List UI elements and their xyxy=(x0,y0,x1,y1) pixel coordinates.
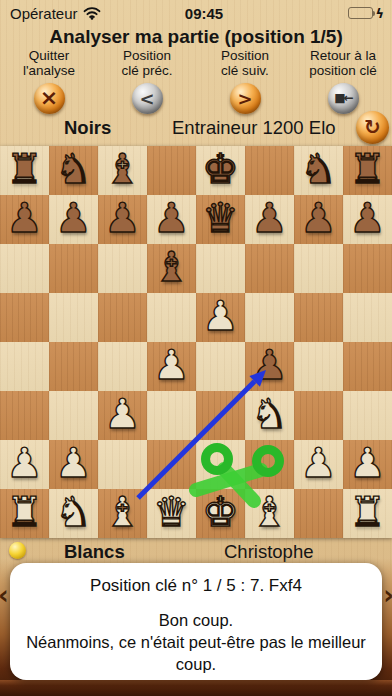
square-a4[interactable] xyxy=(0,342,49,391)
square-e1[interactable]: ♚ xyxy=(196,489,245,538)
square-a5[interactable] xyxy=(0,293,49,342)
white-bishop-piece: ♝ xyxy=(98,489,147,538)
rotate-icon: ↻ xyxy=(364,115,381,139)
square-f5[interactable] xyxy=(245,293,294,342)
quit-analysis-button[interactable]: Quitterl'analyse × xyxy=(0,49,98,114)
white-pawn-piece: ♟ xyxy=(196,293,245,342)
prev-edge-arrow-icon[interactable]: ‹ xyxy=(0,580,9,610)
white-bishop-piece: ♝ xyxy=(245,489,294,538)
black-pawn-piece: ♟ xyxy=(147,195,196,244)
square-a2[interactable]: ♟ xyxy=(0,440,49,489)
square-c7[interactable]: ♟ xyxy=(98,195,147,244)
white-rook-piece: ♜ xyxy=(0,489,49,538)
close-icon[interactable]: × xyxy=(34,83,65,114)
square-f3[interactable]: ♞ xyxy=(245,391,294,440)
square-f1[interactable]: ♝ xyxy=(245,489,294,538)
square-d3[interactable] xyxy=(147,391,196,440)
square-d1[interactable]: ♛ xyxy=(147,489,196,538)
next-key-position-button[interactable]: Positionclé suiv. > xyxy=(196,49,294,114)
clock: 09:45 xyxy=(154,5,254,22)
square-f2[interactable] xyxy=(245,440,294,489)
square-d2[interactable] xyxy=(147,440,196,489)
square-g3[interactable] xyxy=(294,391,343,440)
square-b7[interactable]: ♟ xyxy=(49,195,98,244)
black-queen-piece: ♛ xyxy=(196,195,245,244)
charging-bolt-icon: ϟ xyxy=(375,7,384,20)
wifi-icon xyxy=(83,6,101,20)
square-e7[interactable]: ♛ xyxy=(196,195,245,244)
square-g8[interactable]: ♞ xyxy=(294,146,343,195)
square-h2[interactable]: ♟ xyxy=(343,440,392,489)
square-b8[interactable]: ♞ xyxy=(49,146,98,195)
square-d8[interactable] xyxy=(147,146,196,195)
square-c6[interactable] xyxy=(98,244,147,293)
square-f8[interactable] xyxy=(245,146,294,195)
square-e2[interactable] xyxy=(196,440,245,489)
square-d4[interactable]: ♟ xyxy=(147,342,196,391)
square-c3[interactable]: ♟ xyxy=(98,391,147,440)
square-h5[interactable] xyxy=(343,293,392,342)
carrier-label: Opérateur xyxy=(10,5,78,22)
black-bishop-piece: ♝ xyxy=(98,146,147,195)
square-h8[interactable]: ♜ xyxy=(343,146,392,195)
square-d6[interactable]: ♝ xyxy=(147,244,196,293)
square-c1[interactable]: ♝ xyxy=(98,489,147,538)
black-pawn-piece: ♟ xyxy=(294,195,343,244)
square-e6[interactable] xyxy=(196,244,245,293)
square-g2[interactable]: ♟ xyxy=(294,440,343,489)
key-position-move-label: Position clé n° 1 / 5 : 7. Fxf4 xyxy=(10,576,382,596)
square-g4[interactable] xyxy=(294,342,343,391)
white-pawn-piece: ♟ xyxy=(147,342,196,391)
white-knight-piece: ♞ xyxy=(245,391,294,440)
square-b5[interactable] xyxy=(49,293,98,342)
toolbar: Quitterl'analyse × Positionclé préc. < P… xyxy=(0,49,392,114)
square-e5[interactable]: ♟ xyxy=(196,293,245,342)
square-f7[interactable]: ♟ xyxy=(245,195,294,244)
square-g5[interactable] xyxy=(294,293,343,342)
black-king-piece: ♚ xyxy=(196,146,245,195)
black-knight-piece: ♞ xyxy=(49,146,98,195)
square-a3[interactable] xyxy=(0,391,49,440)
square-a8[interactable]: ♜ xyxy=(0,146,49,195)
white-pawn-piece: ♟ xyxy=(294,440,343,489)
square-a6[interactable] xyxy=(0,244,49,293)
square-f4[interactable]: ♟ xyxy=(245,342,294,391)
square-c8[interactable]: ♝ xyxy=(98,146,147,195)
square-c4[interactable] xyxy=(98,342,147,391)
black-pawn-piece: ♟ xyxy=(98,195,147,244)
chess-board[interactable]: ♜♞♝♚♞♜♟♟♟♟♛♟♟♟♝♟♟♟♟♞♟♟♟♟♜♞♝♛♚♝♜ xyxy=(0,146,392,538)
black-pawn-piece: ♟ xyxy=(0,195,49,244)
coach-comment: Bon coup. Néanmoins, ce n'était peut-êtr… xyxy=(20,610,372,675)
square-c2[interactable] xyxy=(98,440,147,489)
return-to-key-position-button[interactable]: Retour à laposition clé ■← xyxy=(294,49,392,114)
next-edge-arrow-icon[interactable]: › xyxy=(383,580,392,610)
square-c5[interactable] xyxy=(98,293,147,342)
chevron-right-icon[interactable]: > xyxy=(230,83,261,114)
bottom-toolbar-strip xyxy=(0,680,392,696)
turn-indicator xyxy=(9,542,26,559)
black-pawn-piece: ♟ xyxy=(245,342,294,391)
square-g7[interactable]: ♟ xyxy=(294,195,343,244)
square-e8[interactable]: ♚ xyxy=(196,146,245,195)
chevron-left-icon[interactable]: < xyxy=(132,83,163,114)
white-pawn-piece: ♟ xyxy=(98,391,147,440)
square-g6[interactable] xyxy=(294,244,343,293)
square-b4[interactable] xyxy=(49,342,98,391)
black-pawn-piece: ♟ xyxy=(343,195,392,244)
black-rook-piece: ♜ xyxy=(0,146,49,195)
square-e3[interactable] xyxy=(196,391,245,440)
square-b1[interactable]: ♞ xyxy=(49,489,98,538)
black-player-row: Noirs Entraineur 1200 Elo ↻ xyxy=(0,115,392,143)
white-rook-piece: ♜ xyxy=(343,489,392,538)
square-h3[interactable] xyxy=(343,391,392,440)
stop-back-icon[interactable]: ■← xyxy=(328,83,359,114)
white-pawn-piece: ♟ xyxy=(49,440,98,489)
square-b2[interactable]: ♟ xyxy=(49,440,98,489)
square-d7[interactable]: ♟ xyxy=(147,195,196,244)
white-queen-piece: ♛ xyxy=(147,489,196,538)
white-pawn-piece: ♟ xyxy=(343,440,392,489)
coach-message-box: Position clé n° 1 / 5 : 7. Fxf4 Bon coup… xyxy=(10,563,382,680)
square-h6[interactable] xyxy=(343,244,392,293)
square-d5[interactable] xyxy=(147,293,196,342)
app-screen: Opérateur 09:45 ϟ Analyser ma partie (po… xyxy=(0,0,392,696)
black-player-name: Entraineur 1200 Elo xyxy=(172,117,336,139)
black-pawn-piece: ♟ xyxy=(49,195,98,244)
square-f6[interactable] xyxy=(245,244,294,293)
square-h4[interactable] xyxy=(343,342,392,391)
square-h7[interactable]: ♟ xyxy=(343,195,392,244)
white-knight-piece: ♞ xyxy=(49,489,98,538)
white-king-piece: ♚ xyxy=(196,489,245,538)
square-a7[interactable]: ♟ xyxy=(0,195,49,244)
battery-icon xyxy=(348,7,373,19)
square-h1[interactable]: ♜ xyxy=(343,489,392,538)
square-a1[interactable]: ♜ xyxy=(0,489,49,538)
status-bar: Opérateur 09:45 ϟ xyxy=(0,0,392,24)
square-g1[interactable] xyxy=(294,489,343,538)
black-knight-piece: ♞ xyxy=(294,146,343,195)
white-pawn-piece: ♟ xyxy=(0,440,49,489)
square-b3[interactable] xyxy=(49,391,98,440)
black-side-label: Noirs xyxy=(64,117,111,139)
square-e4[interactable] xyxy=(196,342,245,391)
black-rook-piece: ♜ xyxy=(343,146,392,195)
prev-key-position-button[interactable]: Positionclé préc. < xyxy=(98,49,196,114)
black-bishop-piece: ♝ xyxy=(147,244,196,293)
square-b6[interactable] xyxy=(49,244,98,293)
black-pawn-piece: ♟ xyxy=(245,195,294,244)
page-title: Analyser ma partie (position 1/5) xyxy=(0,26,392,48)
flip-board-button[interactable]: ↻ xyxy=(356,111,389,144)
